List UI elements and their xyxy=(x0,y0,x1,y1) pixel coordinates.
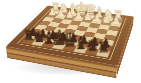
white-pawn[interactable]: ♟ xyxy=(106,14,126,25)
chess-set-box: ♜♞♝♚♛♝♞♜♟♟♟♟♟♟♟♟♟♟♟♟♟♟♟♟♜♞♝♚♛♝♞♜ xyxy=(5,5,133,65)
product-photo-scene: ♜♞♝♚♛♝♞♜♟♟♟♟♟♟♟♟♟♟♟♟♟♟♟♟♜♞♝♚♛♝♞♜ xyxy=(0,0,141,83)
square-a8[interactable]: ♜ xyxy=(95,49,109,57)
board-squares-grid: ♜♞♝♚♛♝♞♜♟♟♟♟♟♟♟♟♟♟♟♟♟♟♟♟♜♞♝♚♛♝♞♜ xyxy=(21,9,123,56)
black-rook[interactable]: ♜ xyxy=(91,39,114,54)
square-a4[interactable] xyxy=(105,29,117,35)
